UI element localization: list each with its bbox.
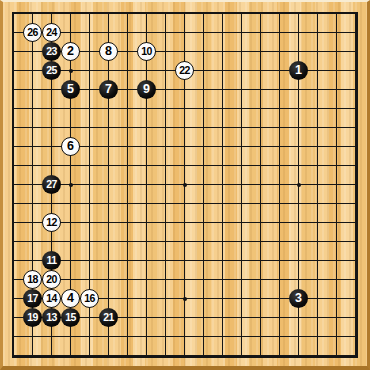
intersection-17-13[interactable] (308, 232, 327, 251)
intersection-8-3[interactable]: 10 (137, 42, 156, 61)
intersection-14-13[interactable] (251, 232, 270, 251)
intersection-10-15[interactable] (175, 270, 194, 289)
intersection-17-5[interactable] (308, 80, 327, 99)
intersection-18-16[interactable] (327, 289, 346, 308)
intersection-8-18[interactable] (137, 327, 156, 346)
intersection-4-5[interactable]: 5 (61, 80, 80, 99)
intersection-11-3[interactable] (194, 42, 213, 61)
intersection-9-12[interactable] (156, 213, 175, 232)
intersection-1-1[interactable] (4, 4, 23, 23)
intersection-7-14[interactable] (118, 251, 137, 270)
intersection-12-14[interactable] (213, 251, 232, 270)
intersection-14-8[interactable] (251, 137, 270, 156)
intersection-7-18[interactable] (118, 327, 137, 346)
intersection-3-4[interactable]: 25 (42, 61, 61, 80)
intersection-2-9[interactable] (23, 156, 42, 175)
intersection-3-8[interactable] (42, 137, 61, 156)
intersection-15-11[interactable] (270, 194, 289, 213)
intersection-16-7[interactable] (289, 118, 308, 137)
intersection-17-16[interactable] (308, 289, 327, 308)
intersection-4-1[interactable] (61, 4, 80, 23)
intersection-17-17[interactable] (308, 308, 327, 327)
intersection-1-16[interactable] (4, 289, 23, 308)
intersection-4-12[interactable] (61, 213, 80, 232)
intersection-5-14[interactable] (80, 251, 99, 270)
intersection-8-14[interactable] (137, 251, 156, 270)
intersection-14-16[interactable] (251, 289, 270, 308)
intersection-2-16[interactable]: 17 (23, 289, 42, 308)
intersection-16-5[interactable] (289, 80, 308, 99)
intersection-4-2[interactable] (61, 23, 80, 42)
intersection-10-12[interactable] (175, 213, 194, 232)
intersection-3-3[interactable]: 23 (42, 42, 61, 61)
intersection-16-11[interactable] (289, 194, 308, 213)
intersection-7-8[interactable] (118, 137, 137, 156)
intersection-7-17[interactable] (118, 308, 137, 327)
intersection-19-17[interactable] (346, 308, 365, 327)
intersection-11-9[interactable] (194, 156, 213, 175)
intersection-11-18[interactable] (194, 327, 213, 346)
intersection-12-17[interactable] (213, 308, 232, 327)
intersection-10-19[interactable] (175, 346, 194, 365)
intersection-17-14[interactable] (308, 251, 327, 270)
intersection-18-13[interactable] (327, 232, 346, 251)
intersection-8-12[interactable] (137, 213, 156, 232)
intersection-5-11[interactable] (80, 194, 99, 213)
intersection-4-16[interactable]: 4 (61, 289, 80, 308)
intersection-7-10[interactable] (118, 175, 137, 194)
intersection-4-11[interactable] (61, 194, 80, 213)
intersection-5-19[interactable] (80, 346, 99, 365)
intersection-19-11[interactable] (346, 194, 365, 213)
intersection-1-13[interactable] (4, 232, 23, 251)
intersection-17-1[interactable] (308, 4, 327, 23)
intersection-6-11[interactable] (99, 194, 118, 213)
intersection-10-4[interactable]: 22 (175, 61, 194, 80)
intersection-3-12[interactable]: 12 (42, 213, 61, 232)
intersection-18-4[interactable] (327, 61, 346, 80)
intersection-17-10[interactable] (308, 175, 327, 194)
intersection-11-12[interactable] (194, 213, 213, 232)
intersection-4-6[interactable] (61, 99, 80, 118)
intersection-13-19[interactable] (232, 346, 251, 365)
intersection-6-15[interactable] (99, 270, 118, 289)
intersection-3-11[interactable] (42, 194, 61, 213)
intersection-2-8[interactable] (23, 137, 42, 156)
intersection-8-5[interactable]: 9 (137, 80, 156, 99)
intersection-3-17[interactable]: 13 (42, 308, 61, 327)
intersection-10-3[interactable] (175, 42, 194, 61)
intersection-14-17[interactable] (251, 308, 270, 327)
intersection-19-10[interactable] (346, 175, 365, 194)
intersection-13-3[interactable] (232, 42, 251, 61)
intersection-10-5[interactable] (175, 80, 194, 99)
intersection-4-18[interactable] (61, 327, 80, 346)
intersection-3-2[interactable]: 24 (42, 23, 61, 42)
intersection-12-16[interactable] (213, 289, 232, 308)
intersection-9-17[interactable] (156, 308, 175, 327)
intersection-2-2[interactable]: 26 (23, 23, 42, 42)
intersection-7-3[interactable] (118, 42, 137, 61)
intersection-5-10[interactable] (80, 175, 99, 194)
intersection-7-4[interactable] (118, 61, 137, 80)
intersection-13-12[interactable] (232, 213, 251, 232)
intersection-5-16[interactable]: 16 (80, 289, 99, 308)
intersection-11-2[interactable] (194, 23, 213, 42)
intersection-13-14[interactable] (232, 251, 251, 270)
intersection-2-5[interactable] (23, 80, 42, 99)
intersection-9-2[interactable] (156, 23, 175, 42)
intersection-6-17[interactable]: 21 (99, 308, 118, 327)
intersection-12-9[interactable] (213, 156, 232, 175)
intersection-1-5[interactable] (4, 80, 23, 99)
intersection-16-16[interactable]: 3 (289, 289, 308, 308)
intersection-9-15[interactable] (156, 270, 175, 289)
intersection-9-13[interactable] (156, 232, 175, 251)
intersection-11-4[interactable] (194, 61, 213, 80)
intersection-15-9[interactable] (270, 156, 289, 175)
intersection-13-6[interactable] (232, 99, 251, 118)
intersection-6-9[interactable] (99, 156, 118, 175)
intersection-1-17[interactable] (4, 308, 23, 327)
intersection-12-2[interactable] (213, 23, 232, 42)
intersection-14-11[interactable] (251, 194, 270, 213)
intersection-17-15[interactable] (308, 270, 327, 289)
intersection-12-15[interactable] (213, 270, 232, 289)
intersection-2-11[interactable] (23, 194, 42, 213)
intersection-18-18[interactable] (327, 327, 346, 346)
intersection-14-3[interactable] (251, 42, 270, 61)
intersection-14-5[interactable] (251, 80, 270, 99)
intersection-15-19[interactable] (270, 346, 289, 365)
intersection-8-4[interactable] (137, 61, 156, 80)
intersection-12-19[interactable] (213, 346, 232, 365)
intersection-12-18[interactable] (213, 327, 232, 346)
intersection-1-11[interactable] (4, 194, 23, 213)
intersection-8-13[interactable] (137, 232, 156, 251)
intersection-6-2[interactable] (99, 23, 118, 42)
intersection-5-18[interactable] (80, 327, 99, 346)
intersection-6-8[interactable] (99, 137, 118, 156)
intersection-11-15[interactable] (194, 270, 213, 289)
intersection-17-19[interactable] (308, 346, 327, 365)
intersection-13-4[interactable] (232, 61, 251, 80)
intersection-19-7[interactable] (346, 118, 365, 137)
intersection-12-8[interactable] (213, 137, 232, 156)
intersection-9-14[interactable] (156, 251, 175, 270)
intersection-14-12[interactable] (251, 213, 270, 232)
intersection-1-19[interactable] (4, 346, 23, 365)
intersection-18-2[interactable] (327, 23, 346, 42)
intersection-11-10[interactable] (194, 175, 213, 194)
intersection-4-15[interactable] (61, 270, 80, 289)
intersection-1-15[interactable] (4, 270, 23, 289)
intersection-9-5[interactable] (156, 80, 175, 99)
intersection-5-17[interactable] (80, 308, 99, 327)
intersection-16-13[interactable] (289, 232, 308, 251)
intersection-1-14[interactable] (4, 251, 23, 270)
intersection-7-2[interactable] (118, 23, 137, 42)
intersection-19-15[interactable] (346, 270, 365, 289)
intersection-10-16[interactable] (175, 289, 194, 308)
intersection-2-15[interactable]: 18 (23, 270, 42, 289)
intersection-16-9[interactable] (289, 156, 308, 175)
intersection-15-15[interactable] (270, 270, 289, 289)
intersection-5-12[interactable] (80, 213, 99, 232)
intersection-3-5[interactable] (42, 80, 61, 99)
intersection-3-14[interactable]: 11 (42, 251, 61, 270)
intersection-18-19[interactable] (327, 346, 346, 365)
intersection-11-14[interactable] (194, 251, 213, 270)
intersection-3-10[interactable]: 27 (42, 175, 61, 194)
intersection-1-2[interactable] (4, 23, 23, 42)
intersection-13-8[interactable] (232, 137, 251, 156)
intersection-12-4[interactable] (213, 61, 232, 80)
intersection-12-10[interactable] (213, 175, 232, 194)
intersection-7-11[interactable] (118, 194, 137, 213)
intersection-19-1[interactable] (346, 4, 365, 23)
intersection-18-10[interactable] (327, 175, 346, 194)
intersection-2-10[interactable] (23, 175, 42, 194)
intersection-11-19[interactable] (194, 346, 213, 365)
intersection-2-13[interactable] (23, 232, 42, 251)
intersection-15-4[interactable] (270, 61, 289, 80)
intersection-6-14[interactable] (99, 251, 118, 270)
intersection-19-13[interactable] (346, 232, 365, 251)
intersection-16-12[interactable] (289, 213, 308, 232)
intersection-11-6[interactable] (194, 99, 213, 118)
intersection-13-15[interactable] (232, 270, 251, 289)
intersection-6-3[interactable]: 8 (99, 42, 118, 61)
intersection-4-10[interactable] (61, 175, 80, 194)
intersection-16-6[interactable] (289, 99, 308, 118)
intersection-6-19[interactable] (99, 346, 118, 365)
intersection-10-9[interactable] (175, 156, 194, 175)
intersection-4-3[interactable]: 2 (61, 42, 80, 61)
intersection-13-1[interactable] (232, 4, 251, 23)
intersection-6-1[interactable] (99, 4, 118, 23)
intersection-1-8[interactable] (4, 137, 23, 156)
intersection-4-14[interactable] (61, 251, 80, 270)
intersection-19-19[interactable] (346, 346, 365, 365)
intersection-9-18[interactable] (156, 327, 175, 346)
intersection-7-15[interactable] (118, 270, 137, 289)
intersection-5-3[interactable] (80, 42, 99, 61)
intersection-18-9[interactable] (327, 156, 346, 175)
intersection-8-17[interactable] (137, 308, 156, 327)
intersection-8-1[interactable] (137, 4, 156, 23)
intersection-19-12[interactable] (346, 213, 365, 232)
intersection-18-3[interactable] (327, 42, 346, 61)
intersection-10-17[interactable] (175, 308, 194, 327)
intersection-5-15[interactable] (80, 270, 99, 289)
intersection-12-3[interactable] (213, 42, 232, 61)
intersection-14-2[interactable] (251, 23, 270, 42)
intersection-15-18[interactable] (270, 327, 289, 346)
intersection-17-12[interactable] (308, 213, 327, 232)
intersection-18-8[interactable] (327, 137, 346, 156)
intersection-17-6[interactable] (308, 99, 327, 118)
intersection-19-14[interactable] (346, 251, 365, 270)
intersection-14-14[interactable] (251, 251, 270, 270)
intersection-6-6[interactable] (99, 99, 118, 118)
intersection-3-6[interactable] (42, 99, 61, 118)
intersection-2-12[interactable] (23, 213, 42, 232)
intersection-4-17[interactable]: 15 (61, 308, 80, 327)
intersection-3-16[interactable]: 14 (42, 289, 61, 308)
intersection-6-12[interactable] (99, 213, 118, 232)
intersection-13-17[interactable] (232, 308, 251, 327)
intersection-16-8[interactable] (289, 137, 308, 156)
intersection-14-15[interactable] (251, 270, 270, 289)
intersection-11-17[interactable] (194, 308, 213, 327)
intersection-8-19[interactable] (137, 346, 156, 365)
intersection-17-18[interactable] (308, 327, 327, 346)
intersection-1-4[interactable] (4, 61, 23, 80)
intersection-16-18[interactable] (289, 327, 308, 346)
intersection-9-7[interactable] (156, 118, 175, 137)
intersection-10-1[interactable] (175, 4, 194, 23)
intersection-17-11[interactable] (308, 194, 327, 213)
intersection-1-7[interactable] (4, 118, 23, 137)
intersection-19-18[interactable] (346, 327, 365, 346)
intersection-6-7[interactable] (99, 118, 118, 137)
intersection-10-14[interactable] (175, 251, 194, 270)
intersection-13-18[interactable] (232, 327, 251, 346)
intersection-8-6[interactable] (137, 99, 156, 118)
intersection-2-4[interactable] (23, 61, 42, 80)
intersection-11-11[interactable] (194, 194, 213, 213)
intersection-16-19[interactable] (289, 346, 308, 365)
intersection-15-14[interactable] (270, 251, 289, 270)
intersection-4-4[interactable] (61, 61, 80, 80)
intersection-19-9[interactable] (346, 156, 365, 175)
intersection-12-6[interactable] (213, 99, 232, 118)
intersection-16-10[interactable] (289, 175, 308, 194)
intersection-3-15[interactable]: 20 (42, 270, 61, 289)
intersection-16-17[interactable] (289, 308, 308, 327)
intersection-16-4[interactable]: 1 (289, 61, 308, 80)
intersection-18-6[interactable] (327, 99, 346, 118)
intersection-17-3[interactable] (308, 42, 327, 61)
intersection-15-1[interactable] (270, 4, 289, 23)
intersection-14-7[interactable] (251, 118, 270, 137)
intersection-6-4[interactable] (99, 61, 118, 80)
intersection-19-4[interactable] (346, 61, 365, 80)
intersection-14-1[interactable] (251, 4, 270, 23)
intersection-10-18[interactable] (175, 327, 194, 346)
intersection-18-11[interactable] (327, 194, 346, 213)
intersection-10-10[interactable] (175, 175, 194, 194)
intersection-12-7[interactable] (213, 118, 232, 137)
intersection-9-8[interactable] (156, 137, 175, 156)
intersection-7-6[interactable] (118, 99, 137, 118)
intersection-12-11[interactable] (213, 194, 232, 213)
intersection-14-18[interactable] (251, 327, 270, 346)
intersection-3-19[interactable] (42, 346, 61, 365)
intersection-13-16[interactable] (232, 289, 251, 308)
intersection-9-6[interactable] (156, 99, 175, 118)
intersection-19-5[interactable] (346, 80, 365, 99)
intersection-9-10[interactable] (156, 175, 175, 194)
intersection-10-2[interactable] (175, 23, 194, 42)
intersection-6-16[interactable] (99, 289, 118, 308)
intersection-5-6[interactable] (80, 99, 99, 118)
intersection-7-19[interactable] (118, 346, 137, 365)
intersection-12-1[interactable] (213, 4, 232, 23)
intersection-14-10[interactable] (251, 175, 270, 194)
intersection-5-8[interactable] (80, 137, 99, 156)
intersection-5-7[interactable] (80, 118, 99, 137)
intersection-7-1[interactable] (118, 4, 137, 23)
intersection-14-6[interactable] (251, 99, 270, 118)
intersection-15-2[interactable] (270, 23, 289, 42)
intersection-19-3[interactable] (346, 42, 365, 61)
intersection-15-12[interactable] (270, 213, 289, 232)
intersection-5-5[interactable] (80, 80, 99, 99)
intersection-19-2[interactable] (346, 23, 365, 42)
intersection-15-8[interactable] (270, 137, 289, 156)
intersection-9-9[interactable] (156, 156, 175, 175)
intersection-11-7[interactable] (194, 118, 213, 137)
intersection-2-7[interactable] (23, 118, 42, 137)
intersection-13-5[interactable] (232, 80, 251, 99)
intersection-14-9[interactable] (251, 156, 270, 175)
intersection-13-13[interactable] (232, 232, 251, 251)
intersection-8-9[interactable] (137, 156, 156, 175)
intersection-18-7[interactable] (327, 118, 346, 137)
intersection-15-10[interactable] (270, 175, 289, 194)
intersection-18-1[interactable] (327, 4, 346, 23)
intersection-16-2[interactable] (289, 23, 308, 42)
intersection-15-5[interactable] (270, 80, 289, 99)
intersection-17-2[interactable] (308, 23, 327, 42)
intersection-5-1[interactable] (80, 4, 99, 23)
intersection-6-18[interactable] (99, 327, 118, 346)
intersection-14-19[interactable] (251, 346, 270, 365)
intersection-5-4[interactable] (80, 61, 99, 80)
intersection-1-10[interactable] (4, 175, 23, 194)
intersection-13-7[interactable] (232, 118, 251, 137)
intersection-2-1[interactable] (23, 4, 42, 23)
intersection-15-3[interactable] (270, 42, 289, 61)
intersection-7-13[interactable] (118, 232, 137, 251)
intersection-18-14[interactable] (327, 251, 346, 270)
intersection-17-4[interactable] (308, 61, 327, 80)
intersection-9-3[interactable] (156, 42, 175, 61)
intersection-7-12[interactable] (118, 213, 137, 232)
intersection-6-10[interactable] (99, 175, 118, 194)
intersection-3-1[interactable] (42, 4, 61, 23)
intersection-5-2[interactable] (80, 23, 99, 42)
intersection-2-14[interactable] (23, 251, 42, 270)
intersection-1-18[interactable] (4, 327, 23, 346)
intersection-18-17[interactable] (327, 308, 346, 327)
intersection-4-7[interactable] (61, 118, 80, 137)
intersection-15-16[interactable] (270, 289, 289, 308)
intersection-3-7[interactable] (42, 118, 61, 137)
intersection-3-18[interactable] (42, 327, 61, 346)
intersection-10-11[interactable] (175, 194, 194, 213)
intersection-18-12[interactable] (327, 213, 346, 232)
intersection-1-9[interactable] (4, 156, 23, 175)
intersection-3-9[interactable] (42, 156, 61, 175)
intersection-1-6[interactable] (4, 99, 23, 118)
intersection-7-16[interactable] (118, 289, 137, 308)
intersection-19-6[interactable] (346, 99, 365, 118)
intersection-8-16[interactable] (137, 289, 156, 308)
intersection-2-3[interactable] (23, 42, 42, 61)
